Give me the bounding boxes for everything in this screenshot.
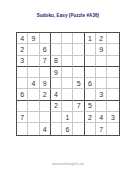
cell-r6c4: 4	[51, 89, 62, 100]
cell-r9c8: 7	[96, 123, 107, 134]
cell-r4c2	[28, 67, 39, 78]
cell-r8c7: 2	[85, 112, 96, 123]
cell-r5c3: 9	[40, 78, 51, 89]
cell-r8c8: 4	[96, 112, 107, 123]
cell-r2c7	[85, 44, 96, 55]
cell-r1c6	[73, 33, 84, 44]
cell-r6c6	[73, 89, 84, 100]
cell-r8c1: 7	[17, 112, 28, 123]
sudoku-sheet: Sudoku, Easy (Puzzle #A36) 4912269378949…	[0, 0, 136, 176]
cell-r8c3	[40, 112, 51, 123]
cell-r1c8: 2	[96, 33, 107, 44]
cell-r4c8	[96, 67, 107, 78]
cell-r1c2: 9	[28, 33, 39, 44]
cell-r3c5	[62, 56, 73, 67]
cell-r6c8: 3	[96, 89, 107, 100]
cell-r4c3	[40, 67, 51, 78]
cell-r9c7	[85, 123, 96, 134]
cell-r6c2	[28, 89, 39, 100]
cell-r3c2	[28, 56, 39, 67]
cell-r5c1	[17, 78, 28, 89]
cell-r5c2: 4	[28, 78, 39, 89]
cell-r1c5	[62, 33, 73, 44]
cell-r8c6	[73, 112, 84, 123]
cell-r2c2	[28, 44, 39, 55]
cell-r9c2	[28, 123, 39, 134]
cell-r7c8	[96, 101, 107, 112]
cell-r5c8	[96, 78, 107, 89]
cell-r9c6	[73, 123, 84, 134]
sudoku-board: 491226937894956624327571243467	[16, 32, 120, 136]
cell-r1c7: 1	[85, 33, 96, 44]
cell-r5c6: 5	[73, 78, 84, 89]
cell-r4c9	[107, 67, 118, 78]
cell-r4c7	[85, 67, 96, 78]
cell-r7c4: 2	[51, 101, 62, 112]
cell-r6c3: 2	[40, 89, 51, 100]
cell-r4c6	[73, 67, 84, 78]
cell-r3c9	[107, 56, 118, 67]
cell-r2c1: 2	[17, 44, 28, 55]
cell-r1c1: 4	[17, 33, 28, 44]
cell-r7c7: 5	[85, 101, 96, 112]
cell-r8c9: 3	[107, 112, 118, 123]
cell-r3c6	[73, 56, 84, 67]
cell-r4c4: 9	[51, 67, 62, 78]
cell-r5c4	[51, 78, 62, 89]
cell-r1c4	[51, 33, 62, 44]
cell-r2c8: 9	[96, 44, 107, 55]
cell-r3c3: 7	[40, 56, 51, 67]
cell-r6c7	[85, 89, 96, 100]
cell-r3c7	[85, 56, 96, 67]
cell-r3c4: 8	[51, 56, 62, 67]
cell-r6c5	[62, 89, 73, 100]
cell-r9c1	[17, 123, 28, 134]
cell-r3c1: 3	[17, 56, 28, 67]
cell-r7c1	[17, 101, 28, 112]
cell-r1c3	[40, 33, 51, 44]
cell-r5c9	[107, 78, 118, 89]
page-title: Sudoku, Easy (Puzzle #A36)	[0, 13, 136, 18]
cell-r7c5	[62, 101, 73, 112]
cell-r2c4	[51, 44, 62, 55]
cell-r7c2	[28, 101, 39, 112]
cell-r9c5: 6	[62, 123, 73, 134]
cell-r8c2	[28, 112, 39, 123]
cell-r9c9	[107, 123, 118, 134]
cell-r7c6: 7	[73, 101, 84, 112]
cell-r2c6	[73, 44, 84, 55]
cell-r5c5	[62, 78, 73, 89]
cell-r7c3	[40, 101, 51, 112]
cell-r2c3: 6	[40, 44, 51, 55]
cell-r6c9	[107, 89, 118, 100]
cell-r3c8	[96, 56, 107, 67]
cell-r8c5: 1	[62, 112, 73, 123]
cell-r5c7: 6	[85, 78, 96, 89]
cell-r6c1: 6	[17, 89, 28, 100]
cell-r1c9	[107, 33, 118, 44]
cell-r4c5	[62, 67, 73, 78]
cell-r7c9	[107, 101, 118, 112]
cell-r8c4	[51, 112, 62, 123]
cell-r2c9	[107, 44, 118, 55]
footer-credit: www.mathinenglish.com	[0, 162, 136, 166]
cell-r4c1	[17, 67, 28, 78]
cell-r9c4	[51, 123, 62, 134]
cell-r2c5	[62, 44, 73, 55]
cell-r9c3: 4	[40, 123, 51, 134]
